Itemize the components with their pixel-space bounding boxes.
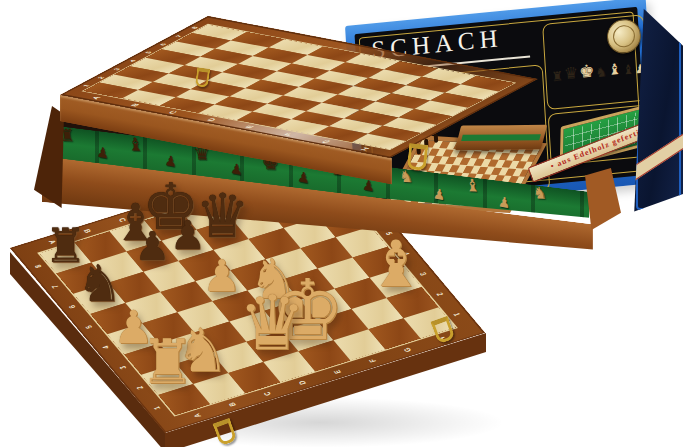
box-art-piece-dot: [424, 139, 429, 148]
lid-square: [130, 58, 184, 74]
coordinate-label: 3: [104, 65, 130, 74]
coordinate-label: 1: [134, 397, 178, 419]
box-art-piece: ♝: [622, 62, 635, 78]
coordinate-label: A: [71, 86, 122, 109]
coordinate-label: 1: [73, 81, 99, 90]
lid-square: [115, 66, 169, 82]
lid-square: [253, 47, 307, 63]
box-front-panel: SCHACH ♜♛♚♞♝♝♟ • aus Edelholz gefertigt …: [355, 7, 648, 202]
stored-piece-dark: ♛: [193, 144, 211, 163]
lid-square: [222, 64, 276, 80]
lid-square: [261, 71, 315, 87]
product-photo-scene: SCHACH ♜♛♚♞♝♝♟ • aus Edelholz gefertigt …: [0, 0, 683, 447]
stored-piece-dark: ♟: [164, 153, 177, 169]
lid-square: [229, 88, 283, 104]
lid-square: [177, 33, 231, 49]
lid-square: [238, 56, 292, 72]
coordinate-label: 8: [316, 162, 360, 184]
lid-square: [199, 48, 253, 64]
stored-piece-dark: ♝: [127, 135, 144, 153]
box-art-piece: ♜: [551, 68, 564, 84]
stored-piece-dark: ♜: [59, 127, 75, 144]
piece-white-queen: ♛: [239, 286, 307, 361]
lid-square: [207, 72, 261, 88]
lid-square: [192, 25, 246, 41]
lid-square: [283, 87, 337, 103]
lid-square: [291, 111, 345, 127]
box-art-piece: ♞: [595, 64, 608, 80]
coordinate-label: C: [148, 101, 199, 124]
box-art-piece-dot: [416, 145, 421, 154]
coordinate-label: 7: [32, 276, 76, 298]
case-lid-rank-labels: 87654321: [73, 23, 208, 91]
lid-square: [146, 49, 200, 65]
lid-square: [83, 83, 137, 99]
lid-square: [252, 104, 306, 120]
lid-square: [268, 95, 322, 111]
coordinate-label: 2: [418, 283, 462, 305]
lid-square: [191, 81, 245, 97]
coordinate-label: E: [320, 359, 355, 385]
coordinate-label: 6: [151, 40, 177, 49]
coordinate-label: E: [225, 115, 276, 138]
lid-square: [176, 89, 230, 105]
coordinate-label: 8: [182, 23, 208, 32]
lid-square: [292, 55, 346, 71]
retail-box: SCHACH ♜♛♚♞♝♝♟ • aus Edelholz gefertigt …: [345, 0, 657, 212]
box-art-piece: ♚: [578, 60, 594, 81]
piece-white-rook: ♜: [140, 331, 195, 392]
lid-square: [214, 96, 268, 112]
lid-square: [184, 57, 238, 73]
lid-square: [215, 40, 269, 56]
lid-square: [275, 119, 329, 135]
box-pieces-frame: ♜♛♚♞♝♝♟: [542, 14, 649, 110]
coordinate-label: 5: [135, 48, 161, 57]
box-piece-row: ♜♛♚♞♝♝♟: [551, 56, 644, 85]
lid-square: [122, 90, 176, 106]
lid-square: [153, 73, 207, 89]
case-left-end: [34, 106, 64, 208]
lid-square: [168, 65, 222, 81]
coordinate-label: 2: [88, 73, 114, 82]
piece-white-bishop: ♝: [367, 232, 424, 296]
lid-square: [198, 105, 252, 121]
coordinate-label: 3: [100, 357, 144, 379]
lid-square: [160, 97, 214, 113]
lid-square: [299, 79, 353, 95]
stored-piece-dark: ♟: [96, 144, 109, 160]
lid-square: [245, 80, 299, 96]
coordinate-label: D: [285, 370, 320, 396]
box-photo-frame: [367, 64, 550, 207]
box-art-mini-case: [455, 125, 547, 150]
box-art-piece: ♝: [607, 60, 621, 79]
coordinate-label: F: [355, 348, 390, 374]
coordinate-label: 7: [166, 32, 192, 41]
lid-square: [237, 112, 291, 128]
case-lid-file-labels: ABCDEFGH: [72, 91, 390, 156]
lid-square: [99, 74, 153, 90]
box-art-piece-dot: [434, 134, 439, 143]
piece-white-pawn: ♟: [202, 253, 241, 297]
lid-square: [137, 82, 191, 98]
coordinate-label: B: [110, 94, 161, 117]
coordinate-label: G: [390, 337, 425, 363]
coordinate-label: 4: [119, 57, 145, 66]
lid-square: [231, 32, 285, 48]
box-art-piece: ♛: [563, 63, 578, 83]
piece-black-pawn: ♟: [170, 216, 206, 256]
seal-medallion-icon: [606, 18, 642, 55]
case-clasp-icon: [195, 67, 211, 88]
coordinate-label: F: [263, 123, 314, 146]
lid-square: [276, 63, 330, 79]
lid-square: [269, 39, 323, 55]
piece-black-pawn: ♟: [135, 227, 171, 267]
coordinate-label: D: [186, 108, 237, 131]
coordinate-label: 5: [66, 316, 110, 338]
coordinate-label: 6: [350, 202, 394, 224]
lid-square: [161, 41, 215, 57]
coordinate-label: 7: [333, 182, 377, 204]
